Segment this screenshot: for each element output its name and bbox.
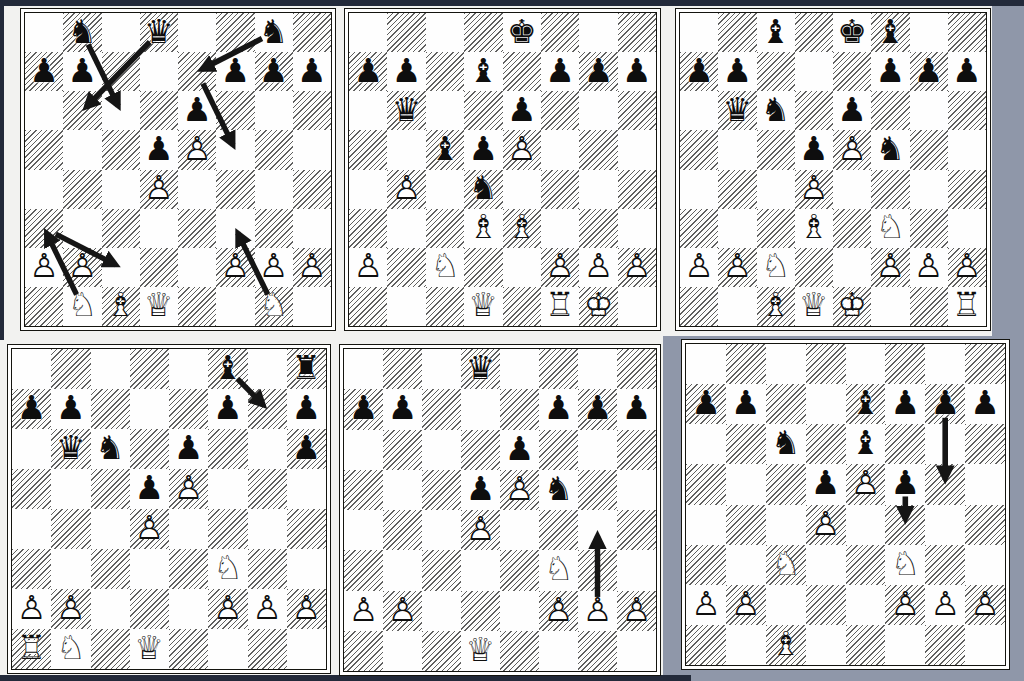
square-d6 [795, 91, 833, 130]
piece-white-bishop: ♝♗ [757, 287, 795, 326]
square-a5 [344, 470, 383, 510]
square-f7: ♟ [885, 384, 925, 424]
square-b2: ♟♙ [718, 248, 756, 287]
square-b8 [726, 344, 766, 384]
square-h6 [617, 430, 656, 470]
square-f8: ♝ [208, 349, 247, 389]
square-h2: ♟♙ [618, 248, 656, 287]
square-a2: ♟♙ [686, 585, 726, 625]
square-g1: ♞♘ [255, 287, 293, 326]
square-h2: ♟♙ [287, 589, 326, 629]
square-c6: ♞ [91, 429, 130, 469]
square-h2: ♟♙ [617, 591, 656, 631]
square-e6: ♟ [500, 430, 539, 470]
piece-black-bishop: ♝ [208, 349, 247, 389]
square-d3: ♝♗ [795, 209, 833, 248]
square-f3: ♞♘ [885, 545, 925, 585]
square-h4 [293, 170, 331, 209]
square-d4: ♟♙ [130, 509, 169, 549]
square-f7: ♟ [541, 52, 579, 91]
square-b6: ♛ [718, 91, 756, 130]
square-c6 [102, 91, 140, 130]
square-f7: ♟ [539, 389, 578, 429]
square-c6 [426, 91, 464, 130]
square-h6 [965, 424, 1005, 464]
square-b5 [387, 130, 425, 169]
square-c6 [422, 430, 461, 470]
square-b3 [63, 209, 101, 248]
piece-white-pawn: ♟♙ [833, 130, 871, 169]
square-c3: ♞♘ [766, 545, 806, 585]
square-d2 [806, 585, 846, 625]
square-g7: ♟ [925, 384, 965, 424]
square-g7: ♟ [910, 52, 948, 91]
piece-black-pawn: ♟ [795, 130, 833, 169]
square-e4 [846, 505, 886, 545]
square-e1 [169, 629, 208, 669]
square-c2 [766, 585, 806, 625]
square-b5 [51, 469, 90, 509]
square-h7: ♟ [287, 389, 326, 429]
square-a8 [349, 13, 387, 52]
square-a4 [680, 170, 718, 209]
piece-black-pawn: ♟ [579, 52, 617, 91]
square-e6: ♟ [833, 91, 871, 130]
square-f2: ♟♙ [539, 591, 578, 631]
square-f2: ♟♙ [871, 248, 909, 287]
square-e6: ♝ [846, 424, 886, 464]
square-h5 [287, 469, 326, 509]
piece-white-king: ♚♔ [579, 287, 617, 326]
square-h5 [965, 464, 1005, 504]
square-c2 [102, 248, 140, 287]
piece-black-pawn: ♟ [618, 52, 656, 91]
square-d2 [795, 248, 833, 287]
square-c1: ♝♗ [757, 287, 795, 326]
square-b6: ♛ [51, 429, 90, 469]
piece-black-pawn: ♟ [885, 464, 925, 504]
square-f6 [871, 91, 909, 130]
square-e7 [833, 52, 871, 91]
square-a7: ♟ [349, 52, 387, 91]
piece-black-knight: ♞ [91, 429, 130, 469]
piece-white-pawn: ♟♙ [63, 248, 101, 287]
piece-white-bishop: ♝♗ [503, 209, 541, 248]
square-f1 [871, 287, 909, 326]
square-c5 [422, 470, 461, 510]
piece-black-pawn: ♟ [871, 52, 909, 91]
square-e7 [500, 389, 539, 429]
piece-white-queen: ♛♕ [461, 631, 500, 671]
left-window-bar [0, 0, 4, 340]
piece-white-queen: ♛♕ [464, 287, 502, 326]
square-b1: ♞♘ [51, 629, 90, 669]
piece-white-knight: ♞♘ [539, 550, 578, 590]
piece-white-knight: ♞♘ [757, 248, 795, 287]
piece-white-pawn: ♟♙ [25, 248, 63, 287]
piece-black-pawn: ♟ [500, 430, 539, 470]
square-b1 [726, 625, 766, 665]
square-h1 [617, 631, 656, 671]
square-h7: ♟ [948, 52, 986, 91]
square-h2: ♟♙ [965, 585, 1005, 625]
piece-black-pawn: ♟ [208, 389, 247, 429]
square-c5 [91, 469, 130, 509]
square-h5 [617, 470, 656, 510]
piece-black-pawn: ♟ [287, 429, 326, 469]
square-b4 [63, 170, 101, 209]
square-c1 [91, 629, 130, 669]
square-e3: ♝♗ [503, 209, 541, 248]
square-c8 [422, 349, 461, 389]
piece-white-pawn: ♟♙ [718, 248, 756, 287]
square-h8 [617, 349, 656, 389]
piece-black-pawn: ♟ [216, 52, 254, 91]
chess-board-top-left: ♞♛♞♟♟♟♟♟♟♟♟♙♟♙♟♙♟♙♟♙♟♙♟♙♞♘♝♗♛♕♞♘ [20, 8, 336, 331]
square-d6 [130, 429, 169, 469]
piece-black-pawn: ♟ [965, 384, 1005, 424]
square-d7 [795, 52, 833, 91]
square-a6 [344, 430, 383, 470]
piece-black-knight: ♞ [255, 13, 293, 52]
square-e5: ♟♙ [833, 130, 871, 169]
square-a8 [680, 13, 718, 52]
chess-board-bottom-left: ♝♜♟♟♟♟♛♞♟♟♟♟♙♟♙♞♘♟♙♟♙♟♙♟♙♟♙♜♖♞♘♛♕ [7, 344, 331, 674]
square-h8 [965, 344, 1005, 384]
square-e6: ♟ [169, 429, 208, 469]
square-c3 [426, 209, 464, 248]
square-c3 [102, 209, 140, 248]
square-b8: ♞ [63, 13, 101, 52]
square-b7: ♟ [726, 384, 766, 424]
piece-white-pawn: ♟♙ [293, 248, 331, 287]
square-f5: ♞ [539, 470, 578, 510]
square-e7 [178, 52, 216, 91]
piece-white-pawn: ♟♙ [208, 589, 247, 629]
chess-board-bottom-right: ♟♟♝♟♟♟♞♝♟♟♙♟♟♙♞♘♞♘♟♙♟♙♟♙♟♙♟♙♝♗ [681, 339, 1010, 670]
square-f4 [216, 170, 254, 209]
square-c8 [102, 13, 140, 52]
square-h3 [965, 545, 1005, 585]
square-h4 [948, 170, 986, 209]
square-c4 [91, 509, 130, 549]
piece-black-pawn: ♟ [885, 384, 925, 424]
piece-white-pawn: ♟♙ [349, 248, 387, 287]
square-a7: ♟ [25, 52, 63, 91]
piece-white-pawn: ♟♙ [871, 248, 909, 287]
square-c4 [766, 505, 806, 545]
square-f3: ♞♘ [208, 549, 247, 589]
square-g3 [255, 209, 293, 248]
square-f3: ♞♘ [871, 209, 909, 248]
square-b3 [726, 545, 766, 585]
piece-white-queen: ♛♕ [130, 629, 169, 669]
square-e3 [169, 549, 208, 589]
square-c7 [422, 389, 461, 429]
square-a4 [25, 170, 63, 209]
square-e8: ♚ [503, 13, 541, 52]
square-d5: ♟ [464, 130, 502, 169]
square-d6 [140, 91, 178, 130]
piece-white-pawn: ♟♙ [806, 505, 846, 545]
square-h2: ♟♙ [948, 248, 986, 287]
square-c7 [766, 384, 806, 424]
square-b6: ♛ [387, 91, 425, 130]
square-f1: ♜♖ [541, 287, 579, 326]
piece-black-rook: ♜ [287, 349, 326, 389]
square-h1 [287, 629, 326, 669]
square-d6 [461, 430, 500, 470]
piece-white-pawn: ♟♙ [539, 591, 578, 631]
square-e3 [833, 209, 871, 248]
square-f6 [539, 430, 578, 470]
square-d4: ♟♙ [461, 510, 500, 550]
square-h7: ♟ [618, 52, 656, 91]
piece-black-bishop: ♝ [871, 13, 909, 52]
piece-white-rook: ♜♖ [541, 287, 579, 326]
square-d8 [464, 13, 502, 52]
square-e7 [169, 389, 208, 429]
piece-black-pawn: ♟ [140, 130, 178, 169]
square-c4 [102, 170, 140, 209]
square-g7: ♟ [578, 389, 617, 429]
square-h6 [293, 91, 331, 130]
piece-white-pawn: ♟♙ [846, 464, 886, 504]
square-f3 [541, 209, 579, 248]
square-a1 [344, 631, 383, 671]
square-g8: ♞ [255, 13, 293, 52]
square-d1: ♛♕ [464, 287, 502, 326]
square-g4 [579, 170, 617, 209]
piece-white-pawn: ♟♙ [680, 248, 718, 287]
square-c4 [426, 170, 464, 209]
square-c5 [757, 130, 795, 169]
square-d3 [806, 545, 846, 585]
piece-white-knight: ♞♘ [51, 629, 90, 669]
square-b1 [383, 631, 422, 671]
square-a1 [686, 625, 726, 665]
piece-black-pawn: ♟ [63, 52, 101, 91]
square-g7: ♟ [579, 52, 617, 91]
square-a2: ♟♙ [680, 248, 718, 287]
square-e3 [178, 209, 216, 248]
square-h5 [948, 130, 986, 169]
square-c2: ♞♘ [426, 248, 464, 287]
square-e2 [833, 248, 871, 287]
piece-white-knight: ♞♘ [63, 287, 101, 326]
piece-black-knight: ♞ [539, 470, 578, 510]
piece-black-knight: ♞ [757, 91, 795, 130]
square-b3 [387, 209, 425, 248]
square-e2 [500, 591, 539, 631]
square-c6: ♞ [757, 91, 795, 130]
square-g3 [579, 209, 617, 248]
square-g2: ♟♙ [910, 248, 948, 287]
square-d7 [140, 52, 178, 91]
piece-white-pawn: ♟♙ [925, 585, 965, 625]
square-d8 [806, 344, 846, 384]
square-a1 [349, 287, 387, 326]
square-a7: ♟ [686, 384, 726, 424]
piece-black-pawn: ♟ [51, 389, 90, 429]
piece-white-pawn: ♟♙ [178, 130, 216, 169]
square-f4 [541, 170, 579, 209]
piece-white-rook: ♜♖ [12, 629, 51, 669]
piece-black-pawn: ♟ [461, 470, 500, 510]
piece-black-pawn: ♟ [12, 389, 51, 429]
square-e5: ♟♙ [846, 464, 886, 504]
piece-white-pawn: ♟♙ [140, 170, 178, 209]
square-g2: ♟♙ [255, 248, 293, 287]
square-b2: ♟♙ [63, 248, 101, 287]
square-b4 [726, 505, 766, 545]
square-b1 [387, 287, 425, 326]
square-c8: ♝ [757, 13, 795, 52]
piece-white-pawn: ♟♙ [965, 585, 1005, 625]
square-g5 [925, 464, 965, 504]
square-e1 [178, 287, 216, 326]
square-b7: ♟ [387, 52, 425, 91]
square-c1: ♝♗ [102, 287, 140, 326]
square-h8: ♜ [287, 349, 326, 389]
square-h8 [618, 13, 656, 52]
square-h8 [948, 13, 986, 52]
square-a3 [680, 209, 718, 248]
piece-white-pawn: ♟♙ [255, 248, 293, 287]
square-f8: ♝ [871, 13, 909, 52]
piece-black-pawn: ♟ [833, 91, 871, 130]
square-b7: ♟ [51, 389, 90, 429]
square-g8 [579, 13, 617, 52]
square-a3 [349, 209, 387, 248]
square-b6 [383, 430, 422, 470]
square-c7 [91, 389, 130, 429]
piece-white-pawn: ♟♙ [461, 510, 500, 550]
piece-white-pawn: ♟♙ [618, 248, 656, 287]
square-d7 [461, 389, 500, 429]
square-a6 [12, 429, 51, 469]
square-c2: ♞♘ [757, 248, 795, 287]
piece-black-king: ♚ [833, 13, 871, 52]
square-e7 [503, 52, 541, 91]
square-a5 [349, 130, 387, 169]
square-e8 [178, 13, 216, 52]
piece-black-pawn: ♟ [178, 91, 216, 130]
piece-black-pawn: ♟ [806, 464, 846, 504]
square-b8 [383, 349, 422, 389]
square-g2: ♟♙ [925, 585, 965, 625]
chess-board-top-right: ♝♚♝♟♟♟♟♟♛♞♟♟♟♙♞♟♙♝♗♞♘♟♙♟♙♞♘♟♙♟♙♟♙♝♗♛♕♚♔♜… [675, 8, 991, 331]
square-b3 [383, 550, 422, 590]
piece-black-pawn: ♟ [726, 384, 766, 424]
square-g8 [925, 344, 965, 384]
square-c2 [91, 589, 130, 629]
piece-white-pawn: ♟♙ [910, 248, 948, 287]
square-c5 [102, 130, 140, 169]
square-a2: ♟♙ [12, 589, 51, 629]
square-f2: ♟♙ [541, 248, 579, 287]
square-g7 [248, 389, 287, 429]
piece-white-pawn: ♟♙ [579, 248, 617, 287]
piece-white-pawn: ♟♙ [500, 470, 539, 510]
square-a3 [12, 549, 51, 589]
square-g4 [925, 505, 965, 545]
square-d3: ♝♗ [464, 209, 502, 248]
piece-black-pawn: ♟ [383, 389, 422, 429]
square-g1: ♚♔ [579, 287, 617, 326]
square-f4 [539, 510, 578, 550]
square-e3 [500, 550, 539, 590]
square-a6 [349, 91, 387, 130]
square-a1: ♜♖ [12, 629, 51, 669]
square-c5 [766, 464, 806, 504]
piece-black-pawn: ♟ [169, 429, 208, 469]
piece-black-knight: ♞ [63, 13, 101, 52]
piece-white-pawn: ♟♙ [578, 591, 617, 631]
square-h6 [618, 91, 656, 130]
piece-black-queen: ♛ [461, 349, 500, 389]
square-e6: ♟ [503, 91, 541, 130]
square-a3 [344, 550, 383, 590]
square-h8 [293, 13, 331, 52]
square-d5: ♟ [140, 130, 178, 169]
chess-board-top-middle: ♚♟♟♝♟♟♟♛♟♝♟♟♙♟♙♞♝♗♝♗♟♙♞♘♟♙♟♙♟♙♛♕♜♖♚♔ [344, 8, 661, 331]
square-f7: ♟ [871, 52, 909, 91]
piece-white-pawn: ♟♙ [948, 248, 986, 287]
square-f7: ♟ [216, 52, 254, 91]
piece-black-pawn: ♟ [503, 91, 541, 130]
square-e8 [846, 344, 886, 384]
square-g4 [578, 510, 617, 550]
square-f1 [208, 629, 247, 669]
piece-white-pawn: ♟♙ [169, 469, 208, 509]
square-h6: ♟ [287, 429, 326, 469]
square-g4 [255, 170, 293, 209]
square-d3 [130, 549, 169, 589]
square-g3 [925, 545, 965, 585]
square-b4 [718, 170, 756, 209]
square-g1 [578, 631, 617, 671]
square-c1 [422, 631, 461, 671]
square-d5: ♟ [806, 464, 846, 504]
square-b6 [63, 91, 101, 130]
square-c3 [91, 549, 130, 589]
square-f4 [208, 509, 247, 549]
square-c1 [426, 287, 464, 326]
square-e1 [846, 625, 886, 665]
square-h3 [618, 209, 656, 248]
square-g2: ♟♙ [579, 248, 617, 287]
square-g3 [578, 550, 617, 590]
square-e4 [503, 170, 541, 209]
square-h4 [287, 509, 326, 549]
piece-black-knight: ♞ [464, 170, 502, 209]
piece-white-pawn: ♟♙ [541, 248, 579, 287]
square-f1 [885, 625, 925, 665]
square-d6 [806, 424, 846, 464]
square-e1 [503, 287, 541, 326]
square-d1: ♛♕ [130, 629, 169, 669]
square-g8 [910, 13, 948, 52]
square-a2: ♟♙ [344, 591, 383, 631]
piece-black-pawn: ♟ [344, 389, 383, 429]
square-g7: ♟ [255, 52, 293, 91]
square-f1 [216, 287, 254, 326]
square-f1 [539, 631, 578, 671]
square-b5 [63, 130, 101, 169]
square-g5 [248, 469, 287, 509]
square-d4: ♞ [464, 170, 502, 209]
